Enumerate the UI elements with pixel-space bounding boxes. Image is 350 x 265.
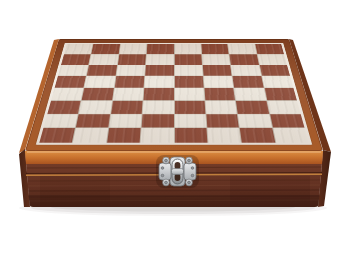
box-body: [0, 0, 350, 265]
lid-left-edge: [19, 39, 59, 153]
product-photo-scene: [0, 0, 350, 265]
latch-left-wing: [159, 163, 171, 180]
lid-right-edge: [289, 39, 331, 152]
latch-crossbar: [172, 169, 184, 175]
latch: [156, 155, 199, 188]
latch-right-wing: [184, 163, 196, 180]
